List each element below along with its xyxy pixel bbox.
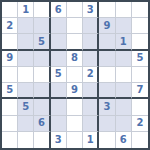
cell-r6c8[interactable] <box>116 83 132 99</box>
cell-r4c2[interactable] <box>18 51 34 67</box>
cell-r5c7[interactable] <box>99 67 115 83</box>
cell-r5c9[interactable] <box>132 67 148 83</box>
cell-r7c8[interactable] <box>116 99 132 115</box>
cell-r4c9[interactable]: 5 <box>132 51 148 67</box>
cell-r7c2[interactable]: 5 <box>18 99 34 115</box>
cell-r1c9[interactable] <box>132 2 148 18</box>
cell-r2c9[interactable] <box>132 18 148 34</box>
cell-r5c3[interactable] <box>34 67 50 83</box>
cell-r5c4[interactable]: 5 <box>51 67 67 83</box>
cell-r2c5[interactable] <box>67 18 83 34</box>
cell-r8c9[interactable]: 2 <box>132 116 148 132</box>
cell-r3c8[interactable]: 1 <box>116 34 132 50</box>
cell-r9c5[interactable] <box>67 132 83 148</box>
cell-r4c3[interactable] <box>34 51 50 67</box>
cell-r3c6[interactable] <box>83 34 99 50</box>
cell-r2c1[interactable]: 2 <box>2 18 18 34</box>
cell-r8c6[interactable] <box>83 116 99 132</box>
cell-r7c7[interactable]: 3 <box>99 99 115 115</box>
cell-r1c5[interactable] <box>67 2 83 18</box>
cell-r7c6[interactable] <box>83 99 99 115</box>
cell-r3c1[interactable] <box>2 34 18 50</box>
cell-r5c2[interactable] <box>18 67 34 83</box>
cell-r5c5[interactable] <box>67 67 83 83</box>
cell-r9c3[interactable] <box>34 132 50 148</box>
cell-r7c9[interactable] <box>132 99 148 115</box>
cell-r9c7[interactable] <box>99 132 115 148</box>
cell-r2c6[interactable] <box>83 18 99 34</box>
cell-r2c4[interactable] <box>51 18 67 34</box>
cell-r4c8[interactable] <box>116 51 132 67</box>
cell-r3c2[interactable] <box>18 34 34 50</box>
cell-r2c3[interactable] <box>34 18 50 34</box>
cell-r1c7[interactable] <box>99 2 115 18</box>
cell-r9c2[interactable] <box>18 132 34 148</box>
cell-r1c8[interactable] <box>116 2 132 18</box>
cell-r7c1[interactable] <box>2 99 18 115</box>
cell-r3c5[interactable] <box>67 34 83 50</box>
cell-r4c1[interactable]: 9 <box>2 51 18 67</box>
cell-r2c7[interactable]: 9 <box>99 18 115 34</box>
cell-r8c2[interactable] <box>18 116 34 132</box>
cell-r9c8[interactable]: 6 <box>116 132 132 148</box>
cell-r8c4[interactable] <box>51 116 67 132</box>
cell-r3c9[interactable] <box>132 34 148 50</box>
cell-r8c5[interactable] <box>67 116 83 132</box>
cell-r5c6[interactable]: 2 <box>83 67 99 83</box>
cell-r3c7[interactable] <box>99 34 115 50</box>
cell-r6c3[interactable] <box>34 83 50 99</box>
cell-r9c6[interactable]: 1 <box>83 132 99 148</box>
sudoku-board: 1632951985525975362316 <box>0 0 150 150</box>
cell-r4c4[interactable] <box>51 51 67 67</box>
cell-r6c1[interactable]: 5 <box>2 83 18 99</box>
cell-r8c3[interactable]: 6 <box>34 116 50 132</box>
cell-r7c3[interactable] <box>34 99 50 115</box>
cell-r5c8[interactable] <box>116 67 132 83</box>
cell-r6c6[interactable] <box>83 83 99 99</box>
cell-r3c3[interactable]: 5 <box>34 34 50 50</box>
cell-r6c9[interactable]: 7 <box>132 83 148 99</box>
cell-r9c9[interactable] <box>132 132 148 148</box>
cell-r2c2[interactable] <box>18 18 34 34</box>
cell-r4c5[interactable]: 8 <box>67 51 83 67</box>
cell-r9c4[interactable]: 3 <box>51 132 67 148</box>
cell-r8c1[interactable] <box>2 116 18 132</box>
cell-r1c1[interactable] <box>2 2 18 18</box>
sudoku-page: 1632951985525975362316 <box>0 0 150 150</box>
cell-r9c1[interactable] <box>2 132 18 148</box>
cell-r8c7[interactable] <box>99 116 115 132</box>
cell-r1c2[interactable]: 1 <box>18 2 34 18</box>
cell-r6c4[interactable] <box>51 83 67 99</box>
cell-r1c6[interactable]: 3 <box>83 2 99 18</box>
cell-r2c8[interactable] <box>116 18 132 34</box>
cell-r8c8[interactable] <box>116 116 132 132</box>
cell-r1c3[interactable] <box>34 2 50 18</box>
cell-r7c5[interactable] <box>67 99 83 115</box>
cell-r6c5[interactable]: 9 <box>67 83 83 99</box>
cell-r6c2[interactable] <box>18 83 34 99</box>
cell-r4c7[interactable] <box>99 51 115 67</box>
cell-r7c4[interactable] <box>51 99 67 115</box>
cell-r4c6[interactable] <box>83 51 99 67</box>
cell-r1c4[interactable]: 6 <box>51 2 67 18</box>
cell-r5c1[interactable] <box>2 67 18 83</box>
cell-r3c4[interactable] <box>51 34 67 50</box>
cell-r6c7[interactable] <box>99 83 115 99</box>
